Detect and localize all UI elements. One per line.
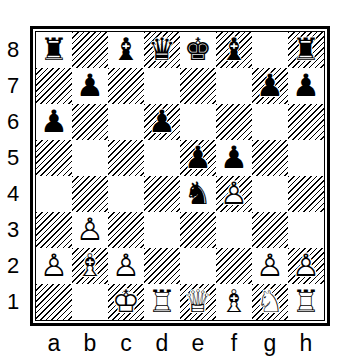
- square-h6[interactable]: [288, 104, 324, 140]
- piece-black-pawn: ♟: [288, 68, 324, 104]
- square-c8[interactable]: ♝: [108, 32, 144, 68]
- square-h5[interactable]: [288, 140, 324, 176]
- square-a1[interactable]: [36, 284, 72, 320]
- rank-label-1: 1: [0, 284, 26, 320]
- square-g8[interactable]: [252, 32, 288, 68]
- board-inner-frame: ♜♝♛♚♝♜♟♟♟♟♟♟♟♞♟♙♟♙♟♙♝♗♟♙♟♙♟♙♚♔♜♖♛♕♝♗♞♘♜♖: [35, 31, 325, 321]
- piece-black-pawn: ♟: [252, 68, 288, 104]
- square-b8[interactable]: [72, 32, 108, 68]
- square-b6[interactable]: [72, 104, 108, 140]
- square-e5[interactable]: ♟: [180, 140, 216, 176]
- piece-white-rook: ♜♖: [144, 284, 180, 320]
- square-c5[interactable]: [108, 140, 144, 176]
- piece-white-queen: ♛♕: [180, 284, 216, 320]
- square-a6[interactable]: ♟: [36, 104, 72, 140]
- file-labels: abcdefgh: [36, 329, 324, 357]
- square-h2[interactable]: ♟♙: [288, 248, 324, 284]
- square-a7[interactable]: [36, 68, 72, 104]
- piece-black-pawn: ♟: [72, 68, 108, 104]
- piece-black-knight: ♞: [180, 176, 216, 212]
- square-b2[interactable]: ♝♗: [72, 248, 108, 284]
- square-a4[interactable]: [36, 176, 72, 212]
- square-e7[interactable]: [180, 68, 216, 104]
- square-a3[interactable]: [36, 212, 72, 248]
- chess-diagram: 87654321 ♜♝♛♚♝♜♟♟♟♟♟♟♟♞♟♙♟♙♟♙♝♗♟♙♟♙♟♙♚♔♜…: [0, 0, 360, 360]
- square-b7[interactable]: ♟: [72, 68, 108, 104]
- piece-white-knight: ♞♘: [252, 284, 288, 320]
- piece-black-pawn: ♟: [180, 140, 216, 176]
- rank-label-3: 3: [0, 212, 26, 248]
- square-e3[interactable]: [180, 212, 216, 248]
- square-c2[interactable]: ♟♙: [108, 248, 144, 284]
- square-g1[interactable]: ♞♘: [252, 284, 288, 320]
- square-d5[interactable]: [144, 140, 180, 176]
- square-b3[interactable]: ♟♙: [72, 212, 108, 248]
- board-frame: ♜♝♛♚♝♜♟♟♟♟♟♟♟♞♟♙♟♙♟♙♝♗♟♙♟♙♟♙♚♔♜♖♛♕♝♗♞♘♜♖: [30, 26, 330, 326]
- square-e6[interactable]: [180, 104, 216, 140]
- piece-black-rook: ♜: [36, 32, 72, 68]
- square-g6[interactable]: [252, 104, 288, 140]
- file-label-d: d: [144, 329, 180, 357]
- piece-black-bishop: ♝: [108, 32, 144, 68]
- file-label-c: c: [108, 329, 144, 357]
- square-f8[interactable]: ♝: [216, 32, 252, 68]
- square-g2[interactable]: ♟♙: [252, 248, 288, 284]
- square-f4[interactable]: ♟♙: [216, 176, 252, 212]
- piece-white-pawn: ♟♙: [216, 176, 252, 212]
- square-d8[interactable]: ♛: [144, 32, 180, 68]
- square-h8[interactable]: ♜: [288, 32, 324, 68]
- square-d7[interactable]: [144, 68, 180, 104]
- square-h1[interactable]: ♜♖: [288, 284, 324, 320]
- square-g7[interactable]: ♟: [252, 68, 288, 104]
- piece-white-pawn: ♟♙: [72, 212, 108, 248]
- square-e4[interactable]: ♞: [180, 176, 216, 212]
- square-f7[interactable]: [216, 68, 252, 104]
- file-label-g: g: [252, 329, 288, 357]
- rank-label-7: 7: [0, 68, 26, 104]
- file-label-h: h: [288, 329, 324, 357]
- rank-label-8: 8: [0, 32, 26, 68]
- rank-label-6: 6: [0, 104, 26, 140]
- piece-black-king: ♚: [180, 32, 216, 68]
- square-d1[interactable]: ♜♖: [144, 284, 180, 320]
- square-h7[interactable]: ♟: [288, 68, 324, 104]
- chess-board: ♜♝♛♚♝♜♟♟♟♟♟♟♟♞♟♙♟♙♟♙♝♗♟♙♟♙♟♙♚♔♜♖♛♕♝♗♞♘♜♖: [36, 32, 324, 320]
- square-a5[interactable]: [36, 140, 72, 176]
- piece-black-bishop: ♝: [216, 32, 252, 68]
- rank-label-2: 2: [0, 248, 26, 284]
- square-d6[interactable]: ♟: [144, 104, 180, 140]
- square-d2[interactable]: [144, 248, 180, 284]
- square-a8[interactable]: ♜: [36, 32, 72, 68]
- square-c7[interactable]: [108, 68, 144, 104]
- square-g4[interactable]: [252, 176, 288, 212]
- square-e2[interactable]: [180, 248, 216, 284]
- square-f2[interactable]: [216, 248, 252, 284]
- square-c3[interactable]: [108, 212, 144, 248]
- square-f5[interactable]: ♟: [216, 140, 252, 176]
- piece-white-bishop: ♝♗: [216, 284, 252, 320]
- square-a2[interactable]: ♟♙: [36, 248, 72, 284]
- piece-white-pawn: ♟♙: [36, 248, 72, 284]
- piece-white-rook: ♜♖: [288, 284, 324, 320]
- piece-white-pawn: ♟♙: [288, 248, 324, 284]
- rank-label-5: 5: [0, 140, 26, 176]
- piece-black-pawn: ♟: [216, 140, 252, 176]
- piece-white-bishop: ♝♗: [72, 248, 108, 284]
- square-f1[interactable]: ♝♗: [216, 284, 252, 320]
- piece-black-rook: ♜: [288, 32, 324, 68]
- piece-black-pawn: ♟: [144, 104, 180, 140]
- square-h4[interactable]: [288, 176, 324, 212]
- square-h3[interactable]: [288, 212, 324, 248]
- square-e1[interactable]: ♛♕: [180, 284, 216, 320]
- square-c4[interactable]: [108, 176, 144, 212]
- rank-label-4: 4: [0, 176, 26, 212]
- rank-labels: 87654321: [0, 32, 26, 320]
- square-g5[interactable]: [252, 140, 288, 176]
- square-c1[interactable]: ♚♔: [108, 284, 144, 320]
- file-label-b: b: [72, 329, 108, 357]
- square-f3[interactable]: [216, 212, 252, 248]
- piece-white-king: ♚♔: [108, 284, 144, 320]
- file-label-e: e: [180, 329, 216, 357]
- piece-white-pawn: ♟♙: [108, 248, 144, 284]
- square-f6[interactable]: [216, 104, 252, 140]
- square-b5[interactable]: [72, 140, 108, 176]
- piece-white-pawn: ♟♙: [252, 248, 288, 284]
- file-label-f: f: [216, 329, 252, 357]
- piece-black-queen: ♛: [144, 32, 180, 68]
- square-b4[interactable]: [72, 176, 108, 212]
- file-label-a: a: [36, 329, 72, 357]
- square-c6[interactable]: [108, 104, 144, 140]
- square-d4[interactable]: [144, 176, 180, 212]
- square-e8[interactable]: ♚: [180, 32, 216, 68]
- piece-black-pawn: ♟: [36, 104, 72, 140]
- square-d3[interactable]: [144, 212, 180, 248]
- square-g3[interactable]: [252, 212, 288, 248]
- square-b1[interactable]: [72, 284, 108, 320]
